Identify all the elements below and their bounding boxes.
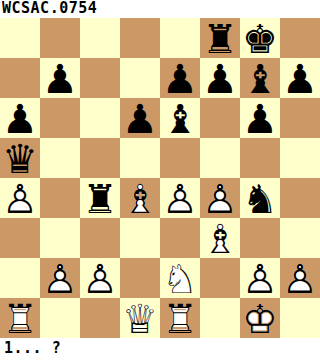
square-f8[interactable]: ♜ — [200, 18, 240, 58]
piece-glyph: ♝ — [160, 98, 200, 138]
square-a4[interactable]: ♟♙ — [0, 178, 40, 218]
white-pawn-piece[interactable]: ♟♙ — [280, 258, 320, 298]
piece-outline: ♙ — [280, 258, 320, 298]
square-a5[interactable]: ♛ — [0, 138, 40, 178]
chess-board: ♜♚♟♟♟♝♟♟♟♝♟♛♟♙♜♝♗♟♙♟♙♞♝♗♟♙♟♙♞♘♟♙♟♙♜♖♛♕♜♖… — [0, 18, 320, 338]
piece-outline: ♙ — [80, 258, 120, 298]
white-pawn-piece[interactable]: ♟♙ — [160, 178, 200, 218]
move-prompt: 1... ? — [4, 338, 61, 360]
square-c3[interactable] — [80, 218, 120, 258]
square-e1[interactable]: ♜♖ — [160, 298, 200, 338]
square-e2[interactable]: ♞♘ — [160, 258, 200, 298]
square-b7[interactable]: ♟ — [40, 58, 80, 98]
square-b8[interactable] — [40, 18, 80, 58]
square-e3[interactable] — [160, 218, 200, 258]
square-g8[interactable]: ♚ — [240, 18, 280, 58]
square-g4[interactable]: ♞ — [240, 178, 280, 218]
white-rook-piece[interactable]: ♜♖ — [0, 298, 40, 338]
black-bishop-piece[interactable]: ♝ — [160, 98, 200, 138]
white-bishop-piece[interactable]: ♝♗ — [120, 178, 160, 218]
square-d2[interactable] — [120, 258, 160, 298]
square-f1[interactable] — [200, 298, 240, 338]
chess-puzzle-window: WCSAC.0754 ♜♚♟♟♟♝♟♟♟♝♟♛♟♙♜♝♗♟♙♟♙♞♝♗♟♙♟♙♞… — [0, 0, 320, 360]
square-c1[interactable] — [80, 298, 120, 338]
piece-glyph: ♟ — [280, 58, 320, 98]
square-c6[interactable] — [80, 98, 120, 138]
square-c2[interactable]: ♟♙ — [80, 258, 120, 298]
square-g6[interactable]: ♟ — [240, 98, 280, 138]
square-h1[interactable] — [280, 298, 320, 338]
white-pawn-piece[interactable]: ♟♙ — [200, 178, 240, 218]
white-rook-piece[interactable]: ♜♖ — [160, 298, 200, 338]
piece-outline: ♙ — [240, 258, 280, 298]
piece-outline: ♕ — [120, 298, 160, 338]
black-knight-piece[interactable]: ♞ — [240, 178, 280, 218]
square-a8[interactable] — [0, 18, 40, 58]
black-rook-piece[interactable]: ♜ — [80, 178, 120, 218]
white-pawn-piece[interactable]: ♟♙ — [240, 258, 280, 298]
square-a7[interactable] — [0, 58, 40, 98]
square-d1[interactable]: ♛♕ — [120, 298, 160, 338]
square-d7[interactable] — [120, 58, 160, 98]
white-bishop-piece[interactable]: ♝♗ — [200, 218, 240, 258]
piece-glyph: ♝ — [240, 58, 280, 98]
square-h2[interactable]: ♟♙ — [280, 258, 320, 298]
square-d8[interactable] — [120, 18, 160, 58]
square-h4[interactable] — [280, 178, 320, 218]
piece-glyph: ♚ — [240, 18, 280, 58]
square-f7[interactable]: ♟ — [200, 58, 240, 98]
square-f2[interactable] — [200, 258, 240, 298]
black-pawn-piece[interactable]: ♟ — [0, 98, 40, 138]
square-f4[interactable]: ♟♙ — [200, 178, 240, 218]
square-b4[interactable] — [40, 178, 80, 218]
square-e5[interactable] — [160, 138, 200, 178]
piece-outline: ♗ — [200, 218, 240, 258]
white-pawn-piece[interactable]: ♟♙ — [0, 178, 40, 218]
piece-glyph: ♜ — [200, 18, 240, 58]
square-g2[interactable]: ♟♙ — [240, 258, 280, 298]
square-d3[interactable] — [120, 218, 160, 258]
square-e7[interactable]: ♟ — [160, 58, 200, 98]
square-a3[interactable] — [0, 218, 40, 258]
square-c7[interactable] — [80, 58, 120, 98]
black-pawn-piece[interactable]: ♟ — [280, 58, 320, 98]
square-e8[interactable] — [160, 18, 200, 58]
square-h3[interactable] — [280, 218, 320, 258]
black-king-piece[interactable]: ♚ — [240, 18, 280, 58]
piece-outline: ♗ — [120, 178, 160, 218]
white-queen-piece[interactable]: ♛♕ — [120, 298, 160, 338]
square-f5[interactable] — [200, 138, 240, 178]
piece-glyph: ♛ — [0, 138, 40, 178]
piece-outline: ♖ — [160, 298, 200, 338]
piece-glyph: ♟ — [160, 58, 200, 98]
square-h7[interactable]: ♟ — [280, 58, 320, 98]
white-knight-piece[interactable]: ♞♘ — [160, 258, 200, 298]
black-pawn-piece[interactable]: ♟ — [160, 58, 200, 98]
square-f3[interactable]: ♝♗ — [200, 218, 240, 258]
square-a6[interactable]: ♟ — [0, 98, 40, 138]
black-queen-piece[interactable]: ♛ — [0, 138, 40, 178]
piece-glyph: ♟ — [240, 98, 280, 138]
white-pawn-piece[interactable]: ♟♙ — [40, 258, 80, 298]
square-h6[interactable] — [280, 98, 320, 138]
piece-outline: ♙ — [200, 178, 240, 218]
square-b2[interactable]: ♟♙ — [40, 258, 80, 298]
square-d4[interactable]: ♝♗ — [120, 178, 160, 218]
square-b1[interactable] — [40, 298, 80, 338]
square-e6[interactable]: ♝ — [160, 98, 200, 138]
square-h5[interactable] — [280, 138, 320, 178]
square-e4[interactable]: ♟♙ — [160, 178, 200, 218]
black-pawn-piece[interactable]: ♟ — [200, 58, 240, 98]
white-pawn-piece[interactable]: ♟♙ — [80, 258, 120, 298]
square-g7[interactable]: ♝ — [240, 58, 280, 98]
puzzle-id-title: WCSAC.0754 — [2, 0, 97, 18]
black-pawn-piece[interactable]: ♟ — [120, 98, 160, 138]
square-c8[interactable] — [80, 18, 120, 58]
square-b5[interactable] — [40, 138, 80, 178]
square-c5[interactable] — [80, 138, 120, 178]
square-g1[interactable]: ♚♔ — [240, 298, 280, 338]
piece-outline: ♔ — [240, 298, 280, 338]
piece-glyph: ♜ — [80, 178, 120, 218]
square-d5[interactable] — [120, 138, 160, 178]
square-c4[interactable]: ♜ — [80, 178, 120, 218]
piece-outline: ♙ — [160, 178, 200, 218]
piece-outline: ♙ — [0, 178, 40, 218]
piece-glyph: ♟ — [40, 58, 80, 98]
square-a1[interactable]: ♜♖ — [0, 298, 40, 338]
piece-outline: ♖ — [0, 298, 40, 338]
square-f6[interactable] — [200, 98, 240, 138]
piece-glyph: ♟ — [0, 98, 40, 138]
piece-glyph: ♟ — [120, 98, 160, 138]
black-pawn-piece[interactable]: ♟ — [240, 98, 280, 138]
black-rook-piece[interactable]: ♜ — [200, 18, 240, 58]
square-g5[interactable] — [240, 138, 280, 178]
square-d6[interactable]: ♟ — [120, 98, 160, 138]
piece-outline: ♙ — [40, 258, 80, 298]
white-king-piece[interactable]: ♚♔ — [240, 298, 280, 338]
black-pawn-piece[interactable]: ♟ — [40, 58, 80, 98]
black-bishop-piece[interactable]: ♝ — [240, 58, 280, 98]
square-h8[interactable] — [280, 18, 320, 58]
square-b3[interactable] — [40, 218, 80, 258]
piece-glyph: ♟ — [200, 58, 240, 98]
piece-outline: ♘ — [160, 258, 200, 298]
piece-glyph: ♞ — [240, 178, 280, 218]
square-a2[interactable] — [0, 258, 40, 298]
square-g3[interactable] — [240, 218, 280, 258]
square-b6[interactable] — [40, 98, 80, 138]
